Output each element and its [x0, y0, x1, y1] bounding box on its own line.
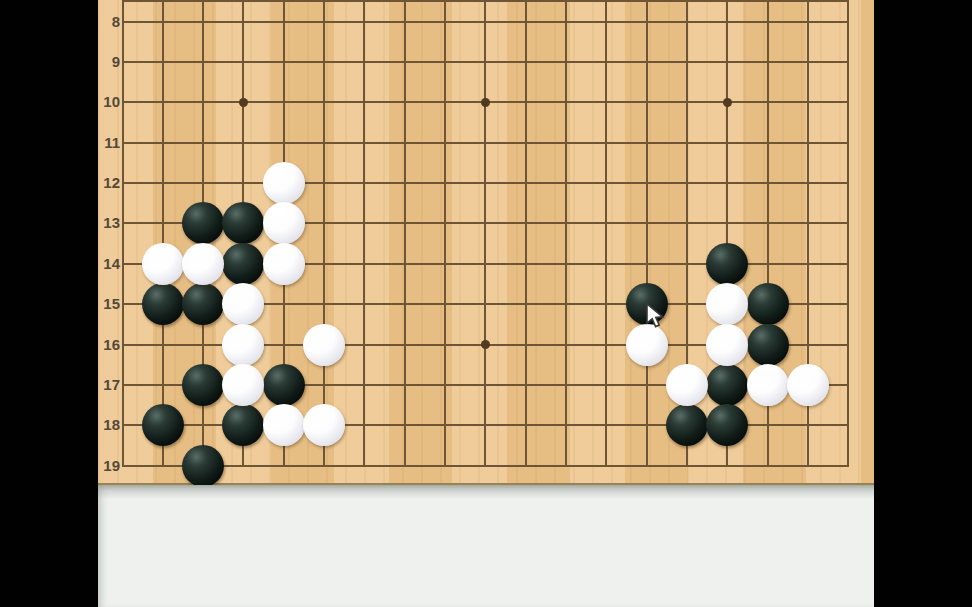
- row-label-16: 16: [98, 336, 120, 354]
- stone-white-c16-r15[interactable]: [706, 283, 748, 325]
- row-label-13: 13: [98, 214, 120, 232]
- row-label-10: 10: [98, 93, 120, 111]
- star-point-4-10: [239, 98, 248, 107]
- letterbox-left: [0, 0, 98, 607]
- grid-hline-row19: [122, 465, 850, 467]
- stone-black-c16-r17[interactable]: [706, 364, 748, 406]
- grid-vline-col1: [122, 0, 124, 467]
- star-point-10-16: [481, 340, 490, 349]
- row-label-12: 12: [98, 174, 120, 192]
- stone-white-c17-r17[interactable]: [747, 364, 789, 406]
- grid-vline-col6: [323, 0, 325, 467]
- grid-hline-row8: [122, 21, 850, 23]
- grid-hline-row12: [122, 182, 850, 184]
- stone-white-c4-r17[interactable]: [222, 364, 264, 406]
- stone-black-c4-r13[interactable]: [222, 202, 264, 244]
- letterbox-right: [874, 0, 972, 607]
- row-label-18: 18: [98, 416, 120, 434]
- stone-white-c15-r17[interactable]: [666, 364, 708, 406]
- star-point-10-10: [481, 98, 490, 107]
- bottom-panel: [98, 485, 874, 607]
- grid-vline-col10: [484, 0, 486, 467]
- stone-black-c14-r15[interactable]: [626, 283, 668, 325]
- stone-black-c3-r15[interactable]: [182, 283, 224, 325]
- stone-white-c6-r18[interactable]: [303, 404, 345, 446]
- stone-white-c18-r17[interactable]: [787, 364, 829, 406]
- grid-vline-col12: [565, 0, 567, 467]
- stone-white-c4-r15[interactable]: [222, 283, 264, 325]
- row-label-19: 19: [98, 457, 120, 475]
- grid-vline-col9: [444, 0, 446, 467]
- row-label-11: 11: [98, 134, 120, 152]
- row-label-17: 17: [98, 376, 120, 394]
- row-label-8: 8: [98, 13, 120, 31]
- stone-white-c5-r13[interactable]: [263, 202, 305, 244]
- stone-black-c16-r14[interactable]: [706, 243, 748, 285]
- row-label-14: 14: [98, 255, 120, 273]
- go-board[interactable]: 8910111213141516171819: [98, 0, 874, 485]
- stone-black-c3-r19[interactable]: [182, 445, 224, 487]
- stone-white-c5-r12[interactable]: [263, 162, 305, 204]
- stone-black-c4-r18[interactable]: [222, 404, 264, 446]
- grid-hline-row11: [122, 142, 850, 144]
- grid-hline-top-partial: [122, 0, 850, 2]
- stone-white-c2-r14[interactable]: [142, 243, 184, 285]
- stone-black-c5-r17[interactable]: [263, 364, 305, 406]
- grid-vline-col19: [847, 0, 849, 467]
- stone-black-c2-r18[interactable]: [142, 404, 184, 446]
- stone-white-c5-r14[interactable]: [263, 243, 305, 285]
- grid-vline-col11: [525, 0, 527, 467]
- grid-vline-col13: [605, 0, 607, 467]
- row-label-9: 9: [98, 53, 120, 71]
- stone-white-c5-r18[interactable]: [263, 404, 305, 446]
- grid-vline-col8: [404, 0, 406, 467]
- grid-vline-col7: [363, 0, 365, 467]
- row-label-15: 15: [98, 295, 120, 313]
- stone-white-c4-r16[interactable]: [222, 324, 264, 366]
- grid-vline-col2: [162, 0, 164, 467]
- stone-black-c16-r18[interactable]: [706, 404, 748, 446]
- stone-black-c17-r15[interactable]: [747, 283, 789, 325]
- stone-white-c14-r16[interactable]: [626, 324, 668, 366]
- stone-white-c3-r14[interactable]: [182, 243, 224, 285]
- stone-black-c2-r15[interactable]: [142, 283, 184, 325]
- stone-black-c3-r13[interactable]: [182, 202, 224, 244]
- stone-black-c15-r18[interactable]: [666, 404, 708, 446]
- grid-hline-row9: [122, 61, 850, 63]
- star-point-16-10: [723, 98, 732, 107]
- stone-black-c4-r14[interactable]: [222, 243, 264, 285]
- stone-white-c6-r16[interactable]: [303, 324, 345, 366]
- stone-black-c17-r16[interactable]: [747, 324, 789, 366]
- grid-vline-col14: [646, 0, 648, 467]
- stone-black-c3-r17[interactable]: [182, 364, 224, 406]
- stone-white-c16-r16[interactable]: [706, 324, 748, 366]
